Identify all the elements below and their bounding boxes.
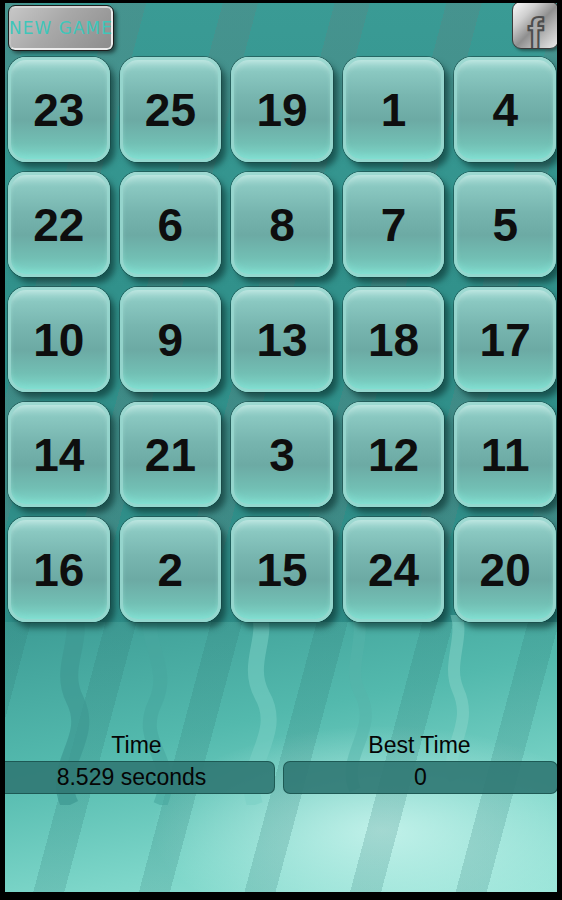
number-button[interactable]: 21 [120,402,222,507]
number-button[interactable]: 19 [231,57,333,162]
number-button[interactable]: 2 [120,517,222,622]
number-button[interactable]: 3 [231,402,333,507]
number-button[interactable]: 4 [454,57,556,162]
screen-frame-bottom [0,892,562,900]
number-button[interactable]: 5 [454,172,556,277]
number-button[interactable]: 17 [454,287,556,392]
number-button[interactable]: 10 [8,287,110,392]
best-time-value-field: 0 [283,761,558,794]
number-button[interactable]: 16 [8,517,110,622]
number-button[interactable]: 18 [343,287,445,392]
number-button[interactable]: 12 [343,402,445,507]
screen-frame-right [557,0,562,900]
number-button[interactable]: 13 [231,287,333,392]
number-button[interactable]: 9 [120,287,222,392]
number-button[interactable]: 24 [343,517,445,622]
screen-frame-left [0,0,5,900]
number-button[interactable]: 14 [8,402,110,507]
number-button[interactable]: 22 [8,172,110,277]
time-label: Time [0,732,273,759]
game-screen: NEW GAME f 23251914226875109131817142131… [0,0,562,900]
number-grid: 2325191422687510913181714213121116215242… [8,57,556,622]
best-time-label: Best Time [283,732,556,759]
number-button[interactable]: 6 [120,172,222,277]
number-button[interactable]: 23 [8,57,110,162]
number-button[interactable]: 15 [231,517,333,622]
number-button[interactable]: 25 [120,57,222,162]
number-button[interactable]: 20 [454,517,556,622]
number-button[interactable]: 8 [231,172,333,277]
facebook-share-button[interactable]: f [512,1,559,49]
number-button[interactable]: 7 [343,172,445,277]
number-button[interactable]: 11 [454,402,556,507]
number-button[interactable]: 1 [343,57,445,162]
new-game-button[interactable]: NEW GAME [9,6,113,50]
screen-frame-top [0,0,562,3]
time-value-field: 8.529 seconds [0,761,275,794]
facebook-icon: f [528,16,543,49]
